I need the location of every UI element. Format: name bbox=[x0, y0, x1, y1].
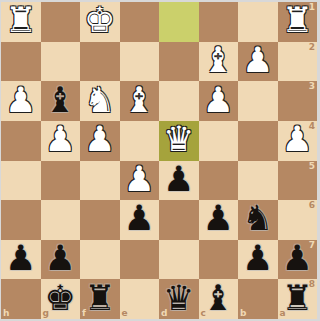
white-pawn-f4[interactable]: ♟ bbox=[84, 122, 115, 157]
white-bishop-e3[interactable]: ♝ bbox=[124, 83, 155, 118]
square-c2[interactable]: ♝ bbox=[199, 42, 239, 82]
white-pawn-b2[interactable]: ♟ bbox=[242, 43, 273, 78]
square-e1[interactable] bbox=[120, 2, 160, 42]
square-g7[interactable]: ♟ bbox=[41, 240, 81, 280]
square-f3[interactable]: ♞ bbox=[80, 81, 120, 121]
black-knight-b6[interactable]: ♞ bbox=[242, 201, 273, 236]
file-label-h: h bbox=[3, 309, 9, 318]
white-knight-f3[interactable]: ♞ bbox=[84, 83, 115, 118]
square-e7[interactable] bbox=[120, 240, 160, 280]
square-d4[interactable]: ♛ bbox=[159, 121, 199, 161]
square-c1[interactable] bbox=[199, 2, 239, 42]
square-a3[interactable]: 3 bbox=[278, 81, 318, 121]
square-c6[interactable]: ♟ bbox=[199, 200, 239, 240]
black-queen-d8[interactable]: ♛ bbox=[163, 281, 194, 316]
white-queen-d4[interactable]: ♛ bbox=[163, 122, 194, 157]
square-f2[interactable] bbox=[80, 42, 120, 82]
square-c8[interactable]: ♝c bbox=[199, 279, 239, 319]
file-label-d: d bbox=[161, 309, 167, 318]
square-b3[interactable] bbox=[238, 81, 278, 121]
square-h3[interactable]: ♟ bbox=[1, 81, 41, 121]
file-label-e: e bbox=[122, 309, 128, 318]
black-pawn-d5[interactable]: ♟ bbox=[163, 162, 194, 197]
square-h8[interactable]: h bbox=[1, 279, 41, 319]
square-d3[interactable] bbox=[159, 81, 199, 121]
square-e3[interactable]: ♝ bbox=[120, 81, 160, 121]
white-pawn-g4[interactable]: ♟ bbox=[45, 122, 76, 157]
square-f8[interactable]: ♜f bbox=[80, 279, 120, 319]
square-a2[interactable]: 2 bbox=[278, 42, 318, 82]
square-b4[interactable] bbox=[238, 121, 278, 161]
square-f1[interactable]: ♚ bbox=[80, 2, 120, 42]
square-b7[interactable]: ♟ bbox=[238, 240, 278, 280]
black-pawn-e6[interactable]: ♟ bbox=[124, 201, 155, 236]
square-e6[interactable]: ♟ bbox=[120, 200, 160, 240]
black-king-g8[interactable]: ♚ bbox=[45, 281, 76, 316]
black-bishop-g3[interactable]: ♝ bbox=[45, 83, 76, 118]
square-c7[interactable] bbox=[199, 240, 239, 280]
square-a8[interactable]: ♜a8 bbox=[278, 279, 318, 319]
square-e2[interactable] bbox=[120, 42, 160, 82]
square-h6[interactable] bbox=[1, 200, 41, 240]
square-d2[interactable] bbox=[159, 42, 199, 82]
black-pawn-h7[interactable]: ♟ bbox=[5, 241, 36, 276]
square-e4[interactable] bbox=[120, 121, 160, 161]
square-b8[interactable]: b bbox=[238, 279, 278, 319]
rank-label-8: 8 bbox=[309, 280, 315, 289]
file-label-g: g bbox=[43, 309, 49, 318]
square-f4[interactable]: ♟ bbox=[80, 121, 120, 161]
square-a4[interactable]: ♟4 bbox=[278, 121, 318, 161]
square-d6[interactable] bbox=[159, 200, 199, 240]
black-rook-f8[interactable]: ♜ bbox=[84, 281, 115, 316]
square-g3[interactable]: ♝ bbox=[41, 81, 81, 121]
square-b1[interactable] bbox=[238, 2, 278, 42]
square-g6[interactable] bbox=[41, 200, 81, 240]
rank-label-4: 4 bbox=[309, 122, 315, 131]
black-pawn-g7[interactable]: ♟ bbox=[45, 241, 76, 276]
square-h1[interactable]: ♜ bbox=[1, 2, 41, 42]
white-king-f1[interactable]: ♚ bbox=[84, 3, 115, 38]
square-a1[interactable]: ♜1 bbox=[278, 2, 318, 42]
square-g8[interactable]: ♚g bbox=[41, 279, 81, 319]
square-h4[interactable] bbox=[1, 121, 41, 161]
white-rook-h1[interactable]: ♜ bbox=[5, 3, 36, 38]
chess-board: ♜♚♜1♝♟2♟♝♞♝♟3♟♟♛♟4♟♟5♟♟♞6♟♟♟♟7h♚g♜fe♛d♝c… bbox=[1, 2, 317, 319]
file-label-a: a bbox=[280, 309, 286, 318]
square-b5[interactable] bbox=[238, 161, 278, 201]
square-h2[interactable] bbox=[1, 42, 41, 82]
square-a7[interactable]: ♟7 bbox=[278, 240, 318, 280]
square-d5[interactable]: ♟ bbox=[159, 161, 199, 201]
rank-label-2: 2 bbox=[309, 43, 315, 52]
square-h7[interactable]: ♟ bbox=[1, 240, 41, 280]
white-pawn-c3[interactable]: ♟ bbox=[203, 83, 234, 118]
square-a6[interactable]: 6 bbox=[278, 200, 318, 240]
file-label-c: c bbox=[201, 309, 206, 318]
black-pawn-c6[interactable]: ♟ bbox=[203, 201, 234, 236]
file-label-f: f bbox=[82, 309, 86, 318]
square-g2[interactable] bbox=[41, 42, 81, 82]
rank-label-6: 6 bbox=[309, 201, 315, 210]
rank-label-1: 1 bbox=[309, 3, 315, 12]
square-h5[interactable] bbox=[1, 161, 41, 201]
square-b6[interactable]: ♞ bbox=[238, 200, 278, 240]
black-pawn-b7[interactable]: ♟ bbox=[242, 241, 273, 276]
square-c4[interactable] bbox=[199, 121, 239, 161]
square-d8[interactable]: ♛d bbox=[159, 279, 199, 319]
rank-label-7: 7 bbox=[309, 241, 315, 250]
file-label-b: b bbox=[240, 309, 246, 318]
white-pawn-e5[interactable]: ♟ bbox=[124, 162, 155, 197]
white-pawn-h3[interactable]: ♟ bbox=[5, 83, 36, 118]
square-f7[interactable] bbox=[80, 240, 120, 280]
rank-label-3: 3 bbox=[309, 82, 315, 91]
white-bishop-c2[interactable]: ♝ bbox=[203, 43, 234, 78]
square-e8[interactable]: e bbox=[120, 279, 160, 319]
square-d7[interactable] bbox=[159, 240, 199, 280]
rank-label-5: 5 bbox=[309, 162, 315, 171]
square-f5[interactable] bbox=[80, 161, 120, 201]
square-c5[interactable] bbox=[199, 161, 239, 201]
square-f6[interactable] bbox=[80, 200, 120, 240]
square-a5[interactable]: 5 bbox=[278, 161, 318, 201]
square-d1[interactable] bbox=[159, 2, 199, 42]
square-g4[interactable]: ♟ bbox=[41, 121, 81, 161]
square-g5[interactable] bbox=[41, 161, 81, 201]
square-b2[interactable]: ♟ bbox=[238, 42, 278, 82]
square-c3[interactable]: ♟ bbox=[199, 81, 239, 121]
black-bishop-c8[interactable]: ♝ bbox=[203, 281, 234, 316]
square-g1[interactable] bbox=[41, 2, 81, 42]
square-e5[interactable]: ♟ bbox=[120, 161, 160, 201]
